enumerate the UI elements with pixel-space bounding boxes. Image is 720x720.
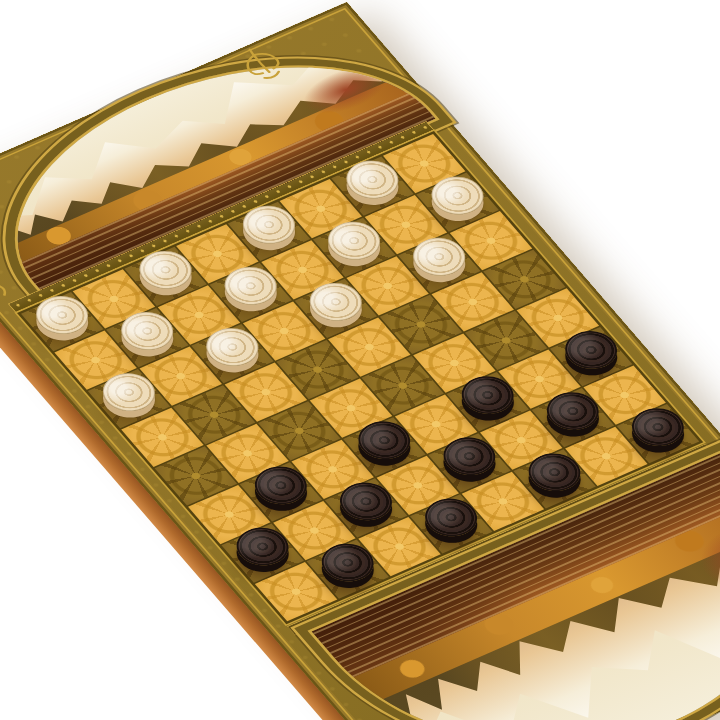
game-board	[0, 2, 720, 720]
photo-canvas	[0, 0, 720, 720]
